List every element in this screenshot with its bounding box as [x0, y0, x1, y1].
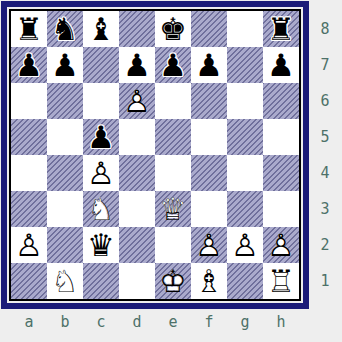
chess-board: ♜♞♝♚♜♟♟♟♟♟♟♟♙♟♟♙♞♘♛♕♟♙♛♟♙♟♙♟♙♞♘♚♔♝♗♜♖: [11, 11, 299, 299]
black-pawn[interactable]: ♟: [47, 47, 83, 83]
square-a3[interactable]: [11, 191, 47, 227]
square-b6[interactable]: [47, 83, 83, 119]
square-h2[interactable]: ♟♙: [263, 227, 299, 263]
white-queen[interactable]: ♛♕: [155, 191, 191, 227]
file-labels: abcdefgh: [11, 309, 299, 335]
square-c4[interactable]: ♟♙: [83, 155, 119, 191]
white-pawn-glyph: ♙: [119, 83, 155, 119]
square-b4[interactable]: [47, 155, 83, 191]
square-g8[interactable]: [227, 11, 263, 47]
white-pawn[interactable]: ♟♙: [227, 227, 263, 263]
square-b5[interactable]: [47, 119, 83, 155]
black-pawn-glyph: ♟: [119, 47, 155, 83]
square-f7[interactable]: ♟: [191, 47, 227, 83]
square-d3[interactable]: [119, 191, 155, 227]
black-pawn[interactable]: ♟: [83, 119, 119, 155]
board-frame: ♜♞♝♚♜♟♟♟♟♟♟♟♙♟♟♙♞♘♛♕♟♙♛♟♙♟♙♟♙♞♘♚♔♝♗♜♖: [1, 1, 309, 309]
square-e1[interactable]: ♚♔: [155, 263, 191, 299]
square-g3[interactable]: [227, 191, 263, 227]
square-e2[interactable]: [155, 227, 191, 263]
square-a7[interactable]: ♟: [11, 47, 47, 83]
black-pawn-glyph: ♟: [11, 47, 47, 83]
square-g1[interactable]: [227, 263, 263, 299]
rank-label-8: 8: [312, 11, 338, 47]
rank-label-6: 6: [312, 83, 338, 119]
black-rook-glyph: ♜: [11, 11, 47, 47]
square-c6[interactable]: [83, 83, 119, 119]
black-pawn-glyph: ♟: [263, 47, 299, 83]
chess-diagram: ♜♞♝♚♜♟♟♟♟♟♟♟♙♟♟♙♞♘♛♕♟♙♛♟♙♟♙♟♙♞♘♚♔♝♗♜♖ ab…: [0, 0, 342, 342]
black-pawn-glyph: ♟: [47, 47, 83, 83]
square-f4[interactable]: [191, 155, 227, 191]
white-king[interactable]: ♚♔: [155, 263, 191, 299]
square-e3[interactable]: ♛♕: [155, 191, 191, 227]
square-h3[interactable]: [263, 191, 299, 227]
square-h1[interactable]: ♜♖: [263, 263, 299, 299]
square-d7[interactable]: ♟: [119, 47, 155, 83]
square-c8[interactable]: ♝: [83, 11, 119, 47]
square-d1[interactable]: [119, 263, 155, 299]
square-g2[interactable]: ♟♙: [227, 227, 263, 263]
square-c1[interactable]: [83, 263, 119, 299]
square-a6[interactable]: [11, 83, 47, 119]
white-knight-glyph: ♘: [47, 263, 83, 299]
square-e6[interactable]: [155, 83, 191, 119]
black-pawn[interactable]: ♟: [119, 47, 155, 83]
white-pawn-glyph: ♙: [191, 227, 227, 263]
rank-label-7: 7: [312, 47, 338, 83]
rank-labels: 87654321: [312, 11, 338, 299]
black-knight[interactable]: ♞: [47, 11, 83, 47]
square-h8[interactable]: ♜: [263, 11, 299, 47]
black-king[interactable]: ♚: [155, 11, 191, 47]
file-label-a: a: [11, 309, 47, 335]
square-a8[interactable]: ♜: [11, 11, 47, 47]
square-d8[interactable]: [119, 11, 155, 47]
white-pawn-glyph: ♙: [11, 227, 47, 263]
square-a1[interactable]: [11, 263, 47, 299]
square-b1[interactable]: ♞♘: [47, 263, 83, 299]
square-g5[interactable]: [227, 119, 263, 155]
square-a5[interactable]: [11, 119, 47, 155]
square-f8[interactable]: [191, 11, 227, 47]
square-c7[interactable]: [83, 47, 119, 83]
square-d5[interactable]: [119, 119, 155, 155]
black-rook[interactable]: ♜: [11, 11, 47, 47]
black-knight-glyph: ♞: [47, 11, 83, 47]
square-c3[interactable]: ♞♘: [83, 191, 119, 227]
square-e7[interactable]: ♟: [155, 47, 191, 83]
black-pawn-glyph: ♟: [155, 47, 191, 83]
white-knight[interactable]: ♞♘: [47, 263, 83, 299]
square-h4[interactable]: [263, 155, 299, 191]
square-e8[interactable]: ♚: [155, 11, 191, 47]
square-f5[interactable]: [191, 119, 227, 155]
black-king-glyph: ♚: [155, 11, 191, 47]
square-b2[interactable]: [47, 227, 83, 263]
square-d6[interactable]: ♟♙: [119, 83, 155, 119]
square-a4[interactable]: [11, 155, 47, 191]
black-pawn[interactable]: ♟: [155, 47, 191, 83]
black-rook-glyph: ♜: [263, 11, 299, 47]
white-bishop-glyph: ♗: [191, 263, 227, 299]
file-label-c: c: [83, 309, 119, 335]
file-label-g: g: [227, 309, 263, 335]
square-h6[interactable]: [263, 83, 299, 119]
square-g7[interactable]: [227, 47, 263, 83]
white-king-glyph: ♔: [155, 263, 191, 299]
black-pawn[interactable]: ♟: [263, 47, 299, 83]
square-d2[interactable]: [119, 227, 155, 263]
rank-label-2: 2: [312, 227, 338, 263]
white-pawn[interactable]: ♟♙: [191, 227, 227, 263]
square-f3[interactable]: [191, 191, 227, 227]
rank-label-1: 1: [312, 263, 338, 299]
white-pawn[interactable]: ♟♙: [11, 227, 47, 263]
white-rook-glyph: ♖: [263, 263, 299, 299]
white-bishop[interactable]: ♝♗: [191, 263, 227, 299]
square-g4[interactable]: [227, 155, 263, 191]
white-pawn[interactable]: ♟♙: [263, 227, 299, 263]
square-f2[interactable]: ♟♙: [191, 227, 227, 263]
white-queen-glyph: ♕: [155, 191, 191, 227]
file-label-e: e: [155, 309, 191, 335]
square-b7[interactable]: ♟: [47, 47, 83, 83]
black-pawn[interactable]: ♟: [11, 47, 47, 83]
square-d4[interactable]: [119, 155, 155, 191]
square-h5[interactable]: [263, 119, 299, 155]
white-pawn[interactable]: ♟♙: [83, 155, 119, 191]
rank-label-3: 3: [312, 191, 338, 227]
white-pawn[interactable]: ♟♙: [119, 83, 155, 119]
white-knight[interactable]: ♞♘: [83, 191, 119, 227]
black-pawn-glyph: ♟: [83, 119, 119, 155]
rank-label-5: 5: [312, 119, 338, 155]
white-rook[interactable]: ♜♖: [263, 263, 299, 299]
file-label-b: b: [47, 309, 83, 335]
square-e4[interactable]: [155, 155, 191, 191]
rank-label-4: 4: [312, 155, 338, 191]
white-knight-glyph: ♘: [83, 191, 119, 227]
black-pawn[interactable]: ♟: [191, 47, 227, 83]
board-inner-border: ♜♞♝♚♜♟♟♟♟♟♟♟♙♟♟♙♞♘♛♕♟♙♛♟♙♟♙♟♙♞♘♚♔♝♗♜♖: [9, 9, 301, 301]
square-h7[interactable]: ♟: [263, 47, 299, 83]
file-label-h: h: [263, 309, 299, 335]
square-f6[interactable]: [191, 83, 227, 119]
square-b8[interactable]: ♞: [47, 11, 83, 47]
black-rook[interactable]: ♜: [263, 11, 299, 47]
square-c2[interactable]: ♛: [83, 227, 119, 263]
black-bishop[interactable]: ♝: [83, 11, 119, 47]
square-a2[interactable]: ♟♙: [11, 227, 47, 263]
square-f1[interactable]: ♝♗: [191, 263, 227, 299]
file-label-d: d: [119, 309, 155, 335]
file-label-f: f: [191, 309, 227, 335]
black-queen[interactable]: ♛: [83, 227, 119, 263]
square-g6[interactable]: [227, 83, 263, 119]
white-pawn-glyph: ♙: [83, 155, 119, 191]
white-pawn-glyph: ♙: [263, 227, 299, 263]
black-pawn-glyph: ♟: [191, 47, 227, 83]
black-bishop-glyph: ♝: [83, 11, 119, 47]
square-c5[interactable]: ♟: [83, 119, 119, 155]
white-pawn-glyph: ♙: [227, 227, 263, 263]
black-queen-glyph: ♛: [83, 227, 119, 263]
square-e5[interactable]: [155, 119, 191, 155]
square-b3[interactable]: [47, 191, 83, 227]
